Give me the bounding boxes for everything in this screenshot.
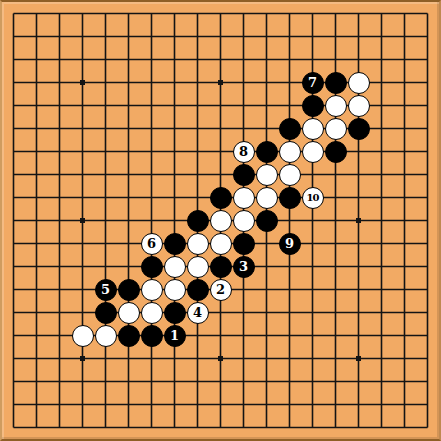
move-number-label: 3 [239, 260, 248, 273]
go-stone-black [164, 302, 186, 324]
go-stone-white [302, 141, 324, 163]
go-stone-white [348, 72, 370, 94]
go-stone-white [279, 141, 301, 163]
go-stone-white [325, 118, 347, 140]
move-number-label: 8 [239, 145, 248, 158]
go-stone-black-move-1: 1 [164, 325, 186, 347]
go-stone-white-move-10: 10 [302, 187, 324, 209]
move-number-label: 7 [308, 76, 317, 89]
go-stone-black [118, 279, 140, 301]
go-stone-white [279, 164, 301, 186]
go-stone-black [325, 141, 347, 163]
go-stone-black [233, 233, 255, 255]
go-stone-white-move-8: 8 [233, 141, 255, 163]
stones-layer: 78106935241 [2, 2, 439, 439]
go-stone-white [72, 325, 94, 347]
go-stone-black [256, 210, 278, 232]
go-stone-black [210, 187, 232, 209]
move-number-label: 9 [285, 237, 294, 250]
go-stone-black-move-9: 9 [279, 233, 301, 255]
go-stone-white [210, 233, 232, 255]
go-stone-black [210, 256, 232, 278]
move-number-label: 5 [101, 283, 110, 296]
go-stone-white-move-2: 2 [210, 279, 232, 301]
go-stone-black [302, 95, 324, 117]
go-stone-white [164, 279, 186, 301]
go-stone-white-move-4: 4 [187, 302, 209, 324]
go-stone-black [279, 187, 301, 209]
go-stone-black [187, 279, 209, 301]
go-stone-black [325, 72, 347, 94]
go-stone-white [141, 302, 163, 324]
go-stone-white [325, 95, 347, 117]
go-stone-white-move-6: 6 [141, 233, 163, 255]
go-stone-white [348, 95, 370, 117]
go-stone-white [233, 210, 255, 232]
go-stone-black [95, 302, 117, 324]
go-stone-black [348, 118, 370, 140]
go-stone-black [141, 256, 163, 278]
go-stone-black [141, 325, 163, 347]
go-stone-black [118, 325, 140, 347]
go-board[interactable]: 78106935241 [0, 0, 441, 441]
move-number-label: 6 [147, 237, 156, 250]
go-stone-white [233, 187, 255, 209]
go-stone-black-move-3: 3 [233, 256, 255, 278]
go-stone-white [95, 325, 117, 347]
move-number-label: 1 [170, 329, 179, 342]
go-stone-white [187, 256, 209, 278]
go-stone-black [164, 233, 186, 255]
move-number-label: 4 [193, 306, 202, 319]
go-stone-white [118, 302, 140, 324]
go-stone-white [187, 233, 209, 255]
go-stone-white [256, 164, 278, 186]
go-stone-white [164, 256, 186, 278]
go-stone-black [256, 141, 278, 163]
screenshot-stage: 78106935241 [0, 0, 441, 441]
go-stone-white [210, 210, 232, 232]
go-stone-black [233, 164, 255, 186]
move-number-label: 10 [307, 192, 319, 202]
go-stone-black [187, 210, 209, 232]
go-stone-white [256, 187, 278, 209]
move-number-label: 2 [216, 283, 225, 296]
go-stone-black-move-5: 5 [95, 279, 117, 301]
go-stone-black [279, 118, 301, 140]
go-stone-black-move-7: 7 [302, 72, 324, 94]
go-stone-white [141, 279, 163, 301]
go-stone-white [302, 118, 324, 140]
